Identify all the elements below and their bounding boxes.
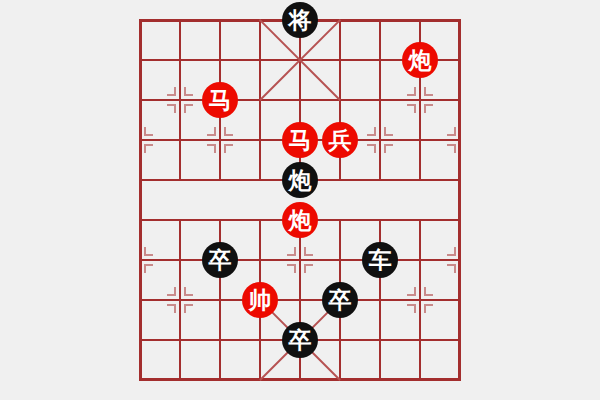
star-point-mark	[184, 87, 193, 96]
star-point-mark	[407, 287, 416, 296]
star-point-mark	[224, 127, 233, 136]
star-point-mark	[287, 264, 296, 273]
star-point-mark	[207, 144, 216, 153]
star-point-mark	[447, 247, 456, 256]
piece-red-general[interactable]: 帅	[242, 282, 278, 318]
star-point-mark	[407, 104, 416, 113]
star-point-mark	[167, 104, 176, 113]
xiangqi-diagram: 将炮马马兵炮炮卒车帅卒卒	[0, 0, 600, 400]
star-point-mark	[447, 127, 456, 136]
star-point-mark	[144, 127, 153, 136]
star-point-mark	[407, 87, 416, 96]
piece-red-cannon[interactable]: 炮	[282, 202, 318, 238]
star-point-mark	[367, 144, 376, 153]
star-point-mark	[424, 287, 433, 296]
star-point-mark	[144, 264, 153, 273]
star-point-mark	[224, 144, 233, 153]
star-point-mark	[184, 104, 193, 113]
piece-red-soldier[interactable]: 兵	[322, 122, 358, 158]
star-point-mark	[424, 87, 433, 96]
piece-black-cannon[interactable]: 炮	[282, 162, 318, 198]
piece-black-soldier[interactable]: 卒	[202, 242, 238, 278]
star-point-mark	[144, 247, 153, 256]
star-point-mark	[144, 144, 153, 153]
star-point-mark	[184, 287, 193, 296]
piece-black-soldier[interactable]: 卒	[322, 282, 358, 318]
star-point-mark	[287, 247, 296, 256]
star-point-mark	[207, 127, 216, 136]
star-point-mark	[167, 87, 176, 96]
star-point-mark	[384, 127, 393, 136]
star-point-mark	[447, 144, 456, 153]
star-point-mark	[167, 287, 176, 296]
star-point-mark	[367, 127, 376, 136]
piece-red-cannon[interactable]: 炮	[402, 42, 438, 78]
star-point-mark	[407, 304, 416, 313]
piece-black-general[interactable]: 将	[282, 2, 318, 38]
piece-black-soldier[interactable]: 卒	[282, 322, 318, 358]
star-point-mark	[424, 304, 433, 313]
star-point-mark	[424, 104, 433, 113]
star-point-mark	[384, 144, 393, 153]
piece-black-chariot[interactable]: 车	[362, 242, 398, 278]
star-point-mark	[304, 264, 313, 273]
piece-red-horse[interactable]: 马	[282, 122, 318, 158]
star-point-mark	[167, 304, 176, 313]
piece-red-horse[interactable]: 马	[202, 82, 238, 118]
star-point-mark	[184, 304, 193, 313]
star-point-mark	[304, 247, 313, 256]
xiangqi-board[interactable]: 将炮马马兵炮炮卒车帅卒卒	[140, 20, 460, 380]
star-point-mark	[447, 264, 456, 273]
